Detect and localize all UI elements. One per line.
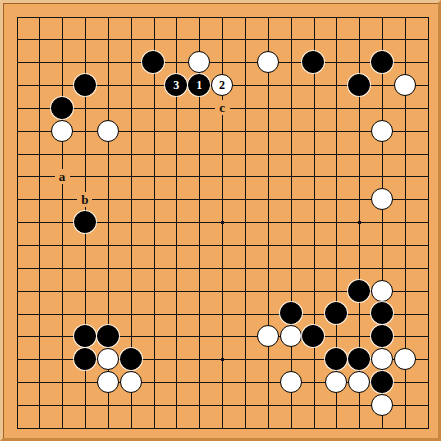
- white-stone: [280, 371, 302, 393]
- white-stone: [120, 371, 142, 393]
- white-stone: [371, 280, 393, 302]
- white-stone: [371, 120, 393, 142]
- white-stone: [51, 120, 73, 142]
- black-stone: [74, 74, 96, 96]
- white-stone-move-2: 2: [211, 74, 233, 96]
- black-stone-move-3: 3: [165, 74, 187, 96]
- black-stone: [371, 371, 393, 393]
- white-stone: [257, 51, 279, 73]
- black-stone: [142, 51, 164, 73]
- black-stone: [120, 348, 142, 370]
- black-stone: [51, 97, 73, 119]
- black-stone: [371, 325, 393, 347]
- white-stone: [348, 371, 370, 393]
- black-stone: [325, 348, 347, 370]
- white-stone: [325, 371, 347, 393]
- black-stone: [325, 302, 347, 324]
- white-stone: [97, 348, 119, 370]
- black-stone: [302, 51, 324, 73]
- go-board: 312abc: [0, 0, 441, 441]
- black-stone: [74, 325, 96, 347]
- white-stone: [280, 325, 302, 347]
- black-stone: [371, 302, 393, 324]
- black-stone: [97, 325, 119, 347]
- white-stone: [371, 394, 393, 416]
- white-stone: [371, 348, 393, 370]
- black-stone: [348, 348, 370, 370]
- white-stone: [257, 325, 279, 347]
- label-c: c: [215, 100, 230, 115]
- black-stone-move-1: 1: [188, 74, 210, 96]
- white-stone: [97, 371, 119, 393]
- black-stone: [348, 280, 370, 302]
- black-stone: [302, 325, 324, 347]
- board-intersections: 312abc: [5, 5, 439, 439]
- white-stone: [188, 51, 210, 73]
- white-stone: [97, 120, 119, 142]
- label-a: a: [55, 169, 70, 184]
- white-stone: [394, 348, 416, 370]
- black-stone: [74, 211, 96, 233]
- white-stone: [394, 74, 416, 96]
- black-stone: [74, 348, 96, 370]
- black-stone: [280, 302, 302, 324]
- black-stone: [371, 51, 393, 73]
- label-b: b: [77, 192, 92, 207]
- black-stone: [348, 74, 370, 96]
- white-stone: [371, 188, 393, 210]
